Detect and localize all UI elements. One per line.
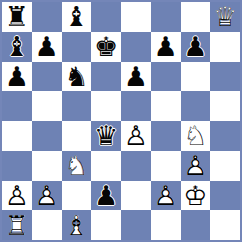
piece-outline: ♙ [151,181,181,211]
square-g1[interactable] [181,210,211,240]
square-f3[interactable] [151,151,181,181]
square-a7[interactable]: ♝ [2,32,32,62]
square-f7[interactable]: ♟ [151,32,181,62]
square-h4[interactable] [210,121,240,151]
piece-body: ♟ [181,32,211,62]
piece-white-knight[interactable]: ♞♘ [62,151,92,181]
piece-black-queen[interactable]: ♛ [91,121,121,151]
piece-body: ♜ [2,2,32,32]
square-g7[interactable]: ♟ [181,32,211,62]
piece-black-pawn[interactable]: ♟ [181,32,211,62]
piece-black-pawn[interactable]: ♟ [32,32,62,62]
square-b6[interactable] [32,62,62,92]
square-c3[interactable]: ♞♘ [62,151,92,181]
piece-black-pawn[interactable]: ♟ [151,32,181,62]
piece-black-rook[interactable]: ♜ [2,2,32,32]
piece-black-pawn[interactable]: ♟ [91,181,121,211]
square-e6[interactable]: ♟ [121,62,151,92]
piece-body: ♟ [151,32,181,62]
square-c6[interactable]: ♞ [62,62,92,92]
square-e3[interactable] [121,151,151,181]
square-e7[interactable] [121,32,151,62]
square-g3[interactable]: ♟♙ [181,151,211,181]
square-b5[interactable] [32,91,62,121]
square-d6[interactable] [91,62,121,92]
square-g8[interactable] [181,2,211,32]
square-h2[interactable] [210,181,240,211]
square-b3[interactable] [32,151,62,181]
square-g2[interactable]: ♚♔ [181,181,211,211]
piece-black-king[interactable]: ♚ [91,32,121,62]
square-g6[interactable] [181,62,211,92]
square-a8[interactable]: ♜ [2,2,32,32]
square-a4[interactable] [2,121,32,151]
piece-white-pawn[interactable]: ♟♙ [151,181,181,211]
piece-body: ♟ [121,62,151,92]
square-a2[interactable]: ♟♙ [2,181,32,211]
piece-black-bishop[interactable]: ♝ [2,32,32,62]
square-h5[interactable] [210,91,240,121]
square-b1[interactable] [32,210,62,240]
piece-body: ♟ [32,32,62,62]
square-f6[interactable] [151,62,181,92]
piece-white-king[interactable]: ♚♔ [181,181,211,211]
square-e8[interactable] [121,2,151,32]
piece-body: ♚ [91,32,121,62]
piece-body: ♛ [91,121,121,151]
square-d1[interactable] [91,210,121,240]
square-a1[interactable]: ♜♖ [2,210,32,240]
square-c2[interactable] [62,181,92,211]
square-h7[interactable] [210,32,240,62]
square-d7[interactable]: ♚ [91,32,121,62]
piece-outline: ♕ [210,2,240,32]
piece-white-pawn[interactable]: ♟♙ [181,151,211,181]
piece-body: ♝ [2,32,32,62]
piece-body: ♞ [62,62,92,92]
square-d8[interactable] [91,2,121,32]
piece-body: ♝ [62,2,92,32]
square-c8[interactable]: ♝ [62,2,92,32]
square-e4[interactable]: ♟♙ [121,121,151,151]
square-h3[interactable] [210,151,240,181]
square-g4[interactable]: ♞♘ [181,121,211,151]
square-h1[interactable] [210,210,240,240]
piece-white-pawn[interactable]: ♟♙ [2,181,32,211]
piece-outline: ♔ [181,181,211,211]
piece-white-rook[interactable]: ♜♖ [2,210,32,240]
square-e2[interactable] [121,181,151,211]
square-f1[interactable] [151,210,181,240]
square-b4[interactable] [32,121,62,151]
square-f4[interactable] [151,121,181,151]
piece-white-queen[interactable]: ♛♕ [210,2,240,32]
piece-outline: ♘ [62,151,92,181]
square-a6[interactable]: ♟ [2,62,32,92]
chess-board: ♜♝♛♕♝♟♚♟♟♟♞♟♛♟♙♞♘♞♘♟♙♟♙♟♙♟♟♙♚♔♜♖♝♗ [0,0,242,242]
piece-outline: ♙ [181,151,211,181]
square-h8[interactable]: ♛♕ [210,2,240,32]
piece-black-pawn[interactable]: ♟ [121,62,151,92]
piece-outline: ♖ [2,210,32,240]
square-b7[interactable]: ♟ [32,32,62,62]
square-h6[interactable] [210,62,240,92]
square-a5[interactable] [2,91,32,121]
square-e5[interactable] [121,91,151,121]
square-b8[interactable] [32,2,62,32]
square-b2[interactable]: ♟♙ [32,181,62,211]
piece-outline: ♙ [32,181,62,211]
square-d3[interactable] [91,151,121,181]
piece-white-pawn[interactable]: ♟♙ [32,181,62,211]
square-f8[interactable] [151,2,181,32]
piece-outline: ♙ [121,121,151,151]
piece-black-pawn[interactable]: ♟ [2,62,32,92]
square-c1[interactable]: ♝♗ [62,210,92,240]
square-d5[interactable] [91,91,121,121]
square-f2[interactable]: ♟♙ [151,181,181,211]
square-d4[interactable]: ♛ [91,121,121,151]
piece-black-bishop[interactable]: ♝ [62,2,92,32]
square-c5[interactable] [62,91,92,121]
piece-outline: ♙ [2,181,32,211]
square-a3[interactable] [2,151,32,181]
piece-white-knight[interactable]: ♞♘ [181,121,211,151]
piece-outline: ♗ [62,210,92,240]
piece-white-pawn[interactable]: ♟♙ [121,121,151,151]
square-g5[interactable] [181,91,211,121]
piece-body: ♟ [2,62,32,92]
piece-outline: ♘ [181,121,211,151]
square-f5[interactable] [151,91,181,121]
square-d2[interactable]: ♟ [91,181,121,211]
square-c4[interactable] [62,121,92,151]
square-c7[interactable] [62,32,92,62]
square-e1[interactable] [121,210,151,240]
piece-white-bishop[interactable]: ♝♗ [62,210,92,240]
piece-black-knight[interactable]: ♞ [62,62,92,92]
piece-body: ♟ [91,181,121,211]
